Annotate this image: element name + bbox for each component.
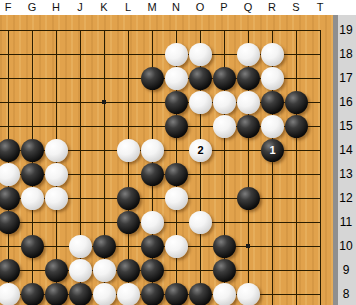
column-label-K: K (94, 1, 114, 14)
white-stone-L14[interactable] (117, 139, 140, 162)
black-stone-N15[interactable] (165, 115, 188, 138)
white-stone-K9[interactable] (93, 259, 116, 282)
white-stone-N18[interactable] (165, 43, 188, 66)
grid-vline-S (296, 30, 297, 305)
white-stone-N12[interactable] (165, 187, 188, 210)
column-label-F: F (0, 1, 18, 14)
black-stone-M9[interactable] (141, 259, 164, 282)
move-number-label: 2 (197, 145, 203, 156)
row-label-15: 15 (336, 119, 356, 133)
column-label-G: G (22, 1, 42, 14)
grid-vline-T (320, 30, 321, 305)
column-label-L: L (118, 1, 138, 14)
column-label-M: M (142, 1, 162, 14)
move-number-label: 1 (269, 145, 275, 156)
black-stone-M13[interactable] (141, 163, 164, 186)
row-label-12: 12 (336, 191, 356, 205)
white-stone-K8[interactable] (93, 283, 116, 305)
black-stone-G14[interactable] (21, 139, 44, 162)
white-stone-G12[interactable] (21, 187, 44, 210)
black-stone-M8[interactable] (141, 283, 164, 305)
black-stone-P9[interactable] (213, 259, 236, 282)
black-stone-P17[interactable] (213, 67, 236, 90)
black-stone-L12[interactable] (117, 187, 140, 210)
black-stone-O17[interactable] (189, 67, 212, 90)
column-label-O: O (190, 1, 210, 14)
column-coordinate-strip: FGHJKLMNOPQRST (0, 0, 356, 15)
black-stone-K10[interactable] (93, 235, 116, 258)
row-label-9: 9 (336, 263, 356, 277)
black-stone-M17[interactable] (141, 67, 164, 90)
black-stone-Q15[interactable] (237, 115, 260, 138)
black-stone-N13[interactable] (165, 163, 188, 186)
white-stone-R17[interactable] (261, 67, 284, 90)
black-stone-Q17[interactable] (237, 67, 260, 90)
black-stone-N8[interactable] (165, 283, 188, 305)
white-stone-L8[interactable] (117, 283, 140, 305)
row-label-16: 16 (336, 95, 356, 109)
black-stone-R16[interactable] (261, 91, 284, 114)
white-stone-P8[interactable] (213, 283, 236, 305)
black-stone-L9[interactable] (117, 259, 140, 282)
white-stone-H12[interactable] (45, 187, 68, 210)
row-label-17: 17 (336, 71, 356, 85)
white-stone-H14[interactable] (45, 139, 68, 162)
black-stone-M10[interactable] (141, 235, 164, 258)
column-label-N: N (166, 1, 186, 14)
column-label-Q: Q (238, 1, 258, 14)
star-point-Q10 (246, 244, 250, 248)
column-label-T: T (310, 1, 330, 14)
black-stone-P10[interactable] (213, 235, 236, 258)
white-stone-H13[interactable] (45, 163, 68, 186)
white-stone-N10[interactable] (165, 235, 188, 258)
black-stone-G13[interactable] (21, 163, 44, 186)
white-stone-O16[interactable] (189, 91, 212, 114)
black-stone-S15[interactable] (285, 115, 308, 138)
black-stone-L11[interactable] (117, 211, 140, 234)
column-label-P: P (214, 1, 234, 14)
black-stone-H8[interactable] (45, 283, 68, 305)
white-stone-O14[interactable]: 2 (189, 139, 212, 162)
black-stone-J8[interactable] (69, 283, 92, 305)
row-label-13: 13 (336, 167, 356, 181)
white-stone-M11[interactable] (141, 211, 164, 234)
black-stone-G8[interactable] (21, 283, 44, 305)
white-stone-Q8[interactable] (237, 283, 260, 305)
star-point-K16 (102, 100, 106, 104)
white-stone-Q18[interactable] (237, 43, 260, 66)
row-label-14: 14 (336, 143, 356, 157)
row-label-18: 18 (336, 47, 356, 61)
white-stone-P15[interactable] (213, 115, 236, 138)
black-stone-S16[interactable] (285, 91, 308, 114)
white-stone-R15[interactable] (261, 115, 284, 138)
white-stone-P16[interactable] (213, 91, 236, 114)
black-stone-R14[interactable]: 1 (261, 139, 284, 162)
white-stone-F8[interactable] (0, 283, 20, 305)
black-stone-Q12[interactable] (237, 187, 260, 210)
white-stone-O11[interactable] (189, 211, 212, 234)
black-stone-O8[interactable] (189, 283, 212, 305)
go-board-screenshot: FGHJKLMNOPQRST 191817161514131211109821 (0, 0, 356, 305)
row-label-11: 11 (336, 215, 356, 229)
black-stone-G10[interactable] (21, 235, 44, 258)
column-label-S: S (286, 1, 306, 14)
black-stone-H9[interactable] (45, 259, 68, 282)
row-label-19: 19 (336, 23, 356, 37)
white-stone-J9[interactable] (69, 259, 92, 282)
column-label-R: R (262, 1, 282, 14)
white-stone-Q16[interactable] (237, 91, 260, 114)
white-stone-O18[interactable] (189, 43, 212, 66)
white-stone-M14[interactable] (141, 139, 164, 162)
black-stone-N16[interactable] (165, 91, 188, 114)
white-stone-R18[interactable] (261, 43, 284, 66)
column-label-J: J (70, 1, 90, 14)
white-stone-N17[interactable] (165, 67, 188, 90)
white-stone-J10[interactable] (69, 235, 92, 258)
column-label-H: H (46, 1, 66, 14)
row-label-8: 8 (336, 287, 356, 301)
row-label-10: 10 (336, 239, 356, 253)
